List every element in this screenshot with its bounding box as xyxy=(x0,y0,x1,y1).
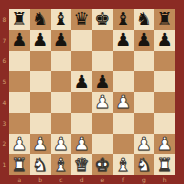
square-a8[interactable]: ♜ xyxy=(9,9,30,30)
square-g8[interactable]: ♞ xyxy=(134,9,155,30)
black-knight-icon[interactable]: ♞ xyxy=(32,9,48,29)
square-a3[interactable] xyxy=(9,113,30,134)
square-h7[interactable]: ♟ xyxy=(154,30,175,51)
white-pawn-icon[interactable]: ♟ xyxy=(11,134,27,154)
black-pawn-icon[interactable]: ♟ xyxy=(32,30,48,50)
square-d5[interactable]: ♟ xyxy=(71,71,92,92)
square-h6[interactable] xyxy=(154,51,175,72)
square-a5[interactable] xyxy=(9,71,30,92)
file-label: h xyxy=(154,175,175,184)
white-pawn-icon[interactable]: ♟ xyxy=(136,134,152,154)
square-a1[interactable]: ♜ xyxy=(9,154,30,175)
square-c1[interactable]: ♝ xyxy=(51,154,72,175)
square-h4[interactable] xyxy=(154,92,175,113)
square-f2[interactable] xyxy=(113,134,134,155)
chess-board[interactable]: ♜♞♝♛♚♝♞♜♟♟♟♟♟♟♟♟♟♟♟♟♟♟♟♟♜♞♝♛♚♝♞♜ xyxy=(9,9,175,175)
square-a6[interactable] xyxy=(9,51,30,72)
square-d4[interactable] xyxy=(71,92,92,113)
square-g7[interactable]: ♟ xyxy=(134,30,155,51)
square-c6[interactable] xyxy=(51,51,72,72)
square-e6[interactable] xyxy=(92,51,113,72)
square-g1[interactable]: ♞ xyxy=(134,154,155,175)
rank-label: 3 xyxy=(0,113,9,134)
square-e2[interactable] xyxy=(92,134,113,155)
file-label: d xyxy=(71,175,92,184)
square-d6[interactable] xyxy=(71,51,92,72)
white-bishop-icon[interactable]: ♝ xyxy=(115,155,131,175)
black-knight-icon[interactable]: ♞ xyxy=(136,9,152,29)
square-b2[interactable]: ♟ xyxy=(30,134,51,155)
rank-label: 7 xyxy=(0,30,9,51)
square-f6[interactable] xyxy=(113,51,134,72)
square-e4[interactable]: ♟ xyxy=(92,92,113,113)
file-label: b xyxy=(30,175,51,184)
file-label: a xyxy=(9,175,30,184)
square-d7[interactable] xyxy=(71,30,92,51)
black-pawn-icon[interactable]: ♟ xyxy=(94,72,110,92)
chess-board-frame: 87654321 abcdefgh ♜♞♝♛♚♝♞♜♟♟♟♟♟♟♟♟♟♟♟♟♟♟… xyxy=(0,0,184,184)
square-e5[interactable]: ♟ xyxy=(92,71,113,92)
white-knight-icon[interactable]: ♞ xyxy=(136,155,152,175)
square-g4[interactable] xyxy=(134,92,155,113)
square-c4[interactable] xyxy=(51,92,72,113)
white-rook-icon[interactable]: ♜ xyxy=(157,155,173,175)
square-h1[interactable]: ♜ xyxy=(154,154,175,175)
black-pawn-icon[interactable]: ♟ xyxy=(157,30,173,50)
square-c2[interactable]: ♟ xyxy=(51,134,72,155)
square-g5[interactable] xyxy=(134,71,155,92)
black-pawn-icon[interactable]: ♟ xyxy=(115,30,131,50)
square-d1[interactable]: ♛ xyxy=(71,154,92,175)
square-h3[interactable] xyxy=(154,113,175,134)
white-queen-icon[interactable]: ♛ xyxy=(74,155,90,175)
square-d3[interactable] xyxy=(71,113,92,134)
square-b1[interactable]: ♞ xyxy=(30,154,51,175)
square-h5[interactable] xyxy=(154,71,175,92)
square-d8[interactable]: ♛ xyxy=(71,9,92,30)
black-bishop-icon[interactable]: ♝ xyxy=(115,9,131,29)
square-c3[interactable] xyxy=(51,113,72,134)
square-f4[interactable]: ♟ xyxy=(113,92,134,113)
rank-label: 1 xyxy=(0,154,9,175)
black-king-icon[interactable]: ♚ xyxy=(94,9,110,29)
black-rook-icon[interactable]: ♜ xyxy=(11,9,27,29)
square-a7[interactable]: ♟ xyxy=(9,30,30,51)
black-pawn-icon[interactable]: ♟ xyxy=(136,30,152,50)
square-e3[interactable] xyxy=(92,113,113,134)
square-c8[interactable]: ♝ xyxy=(51,9,72,30)
file-label: c xyxy=(51,175,72,184)
square-f5[interactable] xyxy=(113,71,134,92)
square-g2[interactable]: ♟ xyxy=(134,134,155,155)
black-bishop-icon[interactable]: ♝ xyxy=(53,9,69,29)
white-pawn-icon[interactable]: ♟ xyxy=(94,92,110,112)
square-d2[interactable]: ♟ xyxy=(71,134,92,155)
rank-label: 8 xyxy=(0,9,9,30)
square-c7[interactable]: ♟ xyxy=(51,30,72,51)
square-b5[interactable] xyxy=(30,71,51,92)
rank-label: 6 xyxy=(0,51,9,72)
file-labels: abcdefgh xyxy=(9,175,175,184)
rank-label: 2 xyxy=(0,134,9,155)
file-label: g xyxy=(134,175,155,184)
square-f3[interactable] xyxy=(113,113,134,134)
square-c5[interactable] xyxy=(51,71,72,92)
square-f1[interactable]: ♝ xyxy=(113,154,134,175)
file-label: e xyxy=(92,175,113,184)
square-h8[interactable]: ♜ xyxy=(154,9,175,30)
white-pawn-icon[interactable]: ♟ xyxy=(53,134,69,154)
white-pawn-icon[interactable]: ♟ xyxy=(32,134,48,154)
white-knight-icon[interactable]: ♞ xyxy=(32,155,48,175)
square-b3[interactable] xyxy=(30,113,51,134)
rank-labels: 87654321 xyxy=(0,9,9,175)
square-b7[interactable]: ♟ xyxy=(30,30,51,51)
square-g3[interactable] xyxy=(134,113,155,134)
square-b8[interactable]: ♞ xyxy=(30,9,51,30)
black-pawn-icon[interactable]: ♟ xyxy=(53,30,69,50)
black-pawn-icon[interactable]: ♟ xyxy=(74,72,90,92)
square-h2[interactable]: ♟ xyxy=(154,134,175,155)
square-b4[interactable] xyxy=(30,92,51,113)
rank-label: 5 xyxy=(0,71,9,92)
square-a2[interactable]: ♟ xyxy=(9,134,30,155)
square-g6[interactable] xyxy=(134,51,155,72)
white-pawn-icon[interactable]: ♟ xyxy=(115,92,131,112)
file-label: f xyxy=(113,175,134,184)
black-rook-icon[interactable]: ♜ xyxy=(157,9,173,29)
white-bishop-icon[interactable]: ♝ xyxy=(53,155,69,175)
square-e1[interactable]: ♚ xyxy=(92,154,113,175)
square-e7[interactable] xyxy=(92,30,113,51)
rank-label: 4 xyxy=(0,92,9,113)
white-king-icon[interactable]: ♚ xyxy=(94,155,110,175)
white-pawn-icon[interactable]: ♟ xyxy=(157,134,173,154)
square-a4[interactable] xyxy=(9,92,30,113)
black-pawn-icon[interactable]: ♟ xyxy=(11,30,27,50)
white-pawn-icon[interactable]: ♟ xyxy=(74,134,90,154)
square-f8[interactable]: ♝ xyxy=(113,9,134,30)
square-b6[interactable] xyxy=(30,51,51,72)
black-queen-icon[interactable]: ♛ xyxy=(74,9,90,29)
white-rook-icon[interactable]: ♜ xyxy=(11,155,27,175)
square-e8[interactable]: ♚ xyxy=(92,9,113,30)
square-f7[interactable]: ♟ xyxy=(113,30,134,51)
